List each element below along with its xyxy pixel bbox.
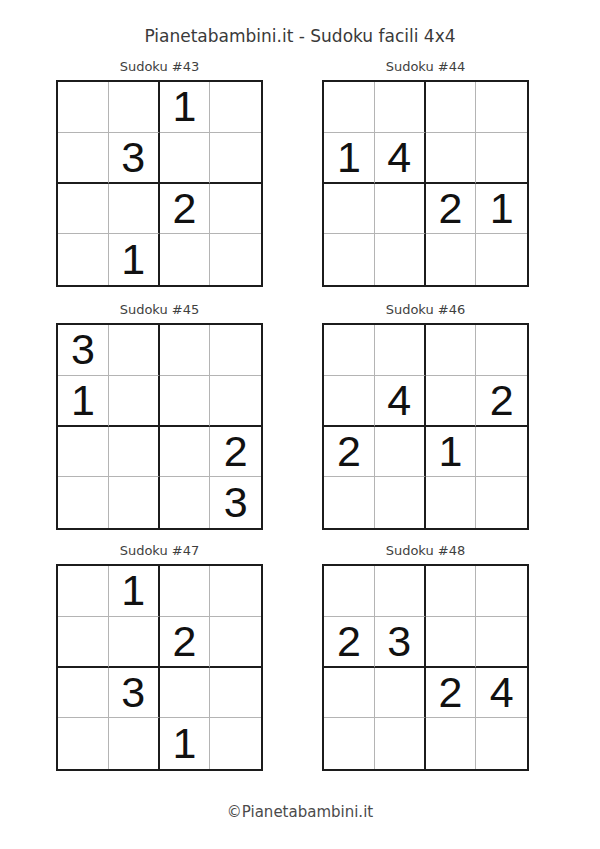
sudoku-cell — [476, 82, 527, 133]
sudoku-cell — [58, 234, 109, 285]
sudoku-cell — [476, 133, 527, 184]
sudoku-cell: 2 — [324, 617, 375, 668]
sudoku-cell — [210, 133, 261, 184]
sudoku-cell — [426, 82, 477, 133]
sudoku-cell — [109, 718, 160, 769]
sudoku-cell: 1 — [58, 376, 109, 427]
sudoku-cell — [109, 427, 160, 478]
sudoku-cell: 1 — [160, 82, 211, 133]
sudoku-cell — [375, 82, 426, 133]
sudoku-cell — [58, 133, 109, 184]
sudoku-cell — [210, 617, 261, 668]
sudoku-cell — [160, 376, 211, 427]
sudoku-cell — [324, 234, 375, 285]
sudoku-cell: 1 — [109, 234, 160, 285]
sudoku-cell: 1 — [160, 718, 211, 769]
sudoku-cell — [324, 718, 375, 769]
sudoku-cell — [324, 566, 375, 617]
puzzle-46: Sudoku #46 4221 — [322, 301, 529, 530]
puzzle-title: Sudoku #43 — [56, 58, 263, 76]
sudoku-cell — [426, 234, 477, 285]
sudoku-cell — [160, 325, 211, 376]
sudoku-cell — [210, 184, 261, 235]
sudoku-cell: 2 — [160, 184, 211, 235]
sudoku-cell — [375, 325, 426, 376]
sudoku-cell — [210, 82, 261, 133]
sudoku-cell — [160, 133, 211, 184]
sudoku-cell: 2 — [476, 376, 527, 427]
puzzle-title: Sudoku #46 — [322, 301, 529, 319]
sudoku-cell: 2 — [426, 184, 477, 235]
sudoku-cell: 2 — [210, 427, 261, 478]
puzzle-47: Sudoku #47 1231 — [56, 542, 263, 771]
sudoku-cell — [324, 668, 375, 719]
sudoku-cell — [375, 477, 426, 528]
sudoku-cell: 3 — [109, 133, 160, 184]
sudoku-cell — [58, 718, 109, 769]
sudoku-cell — [426, 325, 477, 376]
sudoku-cell: 4 — [375, 133, 426, 184]
worksheet-page: Pianetabambini.it - Sudoku facili 4x4 Su… — [0, 0, 600, 849]
sudoku-cell — [426, 133, 477, 184]
puzzle-title: Sudoku #44 — [322, 58, 529, 76]
sudoku-cell — [210, 325, 261, 376]
puzzle-45: Sudoku #45 3123 — [56, 301, 263, 530]
sudoku-cell: 1 — [476, 184, 527, 235]
sudoku-cell — [160, 566, 211, 617]
sudoku-cell — [109, 617, 160, 668]
sudoku-board: 1421 — [322, 80, 529, 287]
sudoku-cell — [210, 566, 261, 617]
sudoku-cell: 4 — [375, 376, 426, 427]
sudoku-cell — [426, 718, 477, 769]
sudoku-cell — [375, 566, 426, 617]
sudoku-cell: 1 — [426, 427, 477, 478]
sudoku-cell — [375, 234, 426, 285]
sudoku-board: 4221 — [322, 323, 529, 530]
sudoku-cell: 3 — [375, 617, 426, 668]
sudoku-board: 1231 — [56, 564, 263, 771]
sudoku-cell — [476, 617, 527, 668]
sudoku-cell — [109, 477, 160, 528]
sudoku-cell — [210, 234, 261, 285]
sudoku-cell — [160, 427, 211, 478]
sudoku-cell — [324, 184, 375, 235]
sudoku-cell — [476, 477, 527, 528]
page-footer: ©Pianetabambini.it — [0, 803, 600, 821]
puzzle-title: Sudoku #45 — [56, 301, 263, 319]
sudoku-cell — [476, 325, 527, 376]
sudoku-cell — [210, 376, 261, 427]
sudoku-cell — [109, 184, 160, 235]
sudoku-cell: 1 — [324, 133, 375, 184]
puzzle-43: Sudoku #43 1321 — [56, 58, 263, 287]
sudoku-cell — [324, 82, 375, 133]
sudoku-cell — [109, 82, 160, 133]
sudoku-cell: 3 — [58, 325, 109, 376]
sudoku-cell: 3 — [109, 668, 160, 719]
sudoku-cell — [109, 325, 160, 376]
sudoku-cell: 2 — [324, 427, 375, 478]
page-title: Pianetabambini.it - Sudoku facili 4x4 — [0, 26, 600, 46]
sudoku-cell — [375, 718, 426, 769]
sudoku-cell — [58, 427, 109, 478]
sudoku-cell: 2 — [160, 617, 211, 668]
puzzle-44: Sudoku #44 1421 — [322, 58, 529, 287]
sudoku-cell — [375, 668, 426, 719]
sudoku-cell — [58, 477, 109, 528]
sudoku-cell — [375, 184, 426, 235]
sudoku-cell — [160, 234, 211, 285]
sudoku-cell — [210, 668, 261, 719]
sudoku-cell — [426, 477, 477, 528]
sudoku-cell — [58, 566, 109, 617]
sudoku-cell — [426, 376, 477, 427]
sudoku-board: 1321 — [56, 80, 263, 287]
sudoku-cell — [476, 234, 527, 285]
sudoku-board: 2324 — [322, 564, 529, 771]
sudoku-cell — [426, 566, 477, 617]
sudoku-cell — [324, 325, 375, 376]
sudoku-board: 3123 — [56, 323, 263, 530]
sudoku-cell: 1 — [109, 566, 160, 617]
sudoku-cell — [476, 427, 527, 478]
sudoku-cell — [58, 617, 109, 668]
sudoku-cell — [210, 718, 261, 769]
sudoku-cell: 2 — [426, 668, 477, 719]
sudoku-cell — [58, 668, 109, 719]
puzzle-title: Sudoku #47 — [56, 542, 263, 560]
sudoku-cell — [324, 477, 375, 528]
sudoku-cell — [375, 427, 426, 478]
sudoku-cell — [476, 718, 527, 769]
sudoku-cell — [58, 82, 109, 133]
sudoku-cell — [58, 184, 109, 235]
sudoku-cell — [109, 376, 160, 427]
sudoku-cell: 4 — [476, 668, 527, 719]
sudoku-cell: 3 — [210, 477, 261, 528]
puzzle-48: Sudoku #48 2324 — [322, 542, 529, 771]
sudoku-cell — [324, 376, 375, 427]
sudoku-cell — [476, 566, 527, 617]
puzzle-title: Sudoku #48 — [322, 542, 529, 560]
sudoku-cell — [160, 668, 211, 719]
sudoku-cell — [426, 617, 477, 668]
sudoku-cell — [160, 477, 211, 528]
